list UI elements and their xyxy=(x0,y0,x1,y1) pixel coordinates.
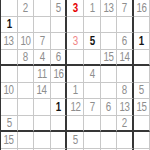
cell-value: 12 xyxy=(70,101,80,114)
cell-value: 7 xyxy=(122,2,127,15)
cell-value: 10 xyxy=(20,35,30,48)
cell-r9c4[interactable] xyxy=(51,132,68,149)
cell-value: 15 xyxy=(103,51,113,64)
cell-value: 2 xyxy=(122,117,127,130)
cell-r9c2[interactable] xyxy=(18,132,35,149)
cell-r8c5[interactable] xyxy=(67,116,84,133)
cell-value: 5 xyxy=(73,134,78,147)
cell-r10c4[interactable] xyxy=(51,149,68,150)
cell-value: 13 xyxy=(103,2,113,15)
cell-r2c4[interactable] xyxy=(51,17,68,34)
cell-value: 1 xyxy=(139,35,144,48)
cell-r1c1[interactable] xyxy=(1,0,18,17)
cell-value: 6 xyxy=(56,51,61,64)
cell-value: 5 xyxy=(89,35,94,48)
cell-r10c5[interactable] xyxy=(67,149,84,150)
cell-value: 11 xyxy=(37,68,47,81)
cell-r3c1[interactable]: 13 xyxy=(1,33,18,50)
cell-r3c8[interactable]: 6 xyxy=(117,33,134,50)
cell-r5c1[interactable] xyxy=(1,66,18,83)
cell-r7c5[interactable]: 12 xyxy=(67,99,84,116)
cell-r8c8[interactable]: 2 xyxy=(117,116,134,133)
cell-value: 15 xyxy=(4,134,14,147)
cell-value: 4 xyxy=(39,51,44,64)
cell-value: 1 xyxy=(73,84,78,97)
cell-r6c6[interactable] xyxy=(84,83,101,100)
cell-value: 1 xyxy=(6,18,11,31)
cell-r8c3[interactable] xyxy=(34,116,51,133)
cell-r7c9[interactable]: 15 xyxy=(134,99,150,116)
cell-r3c5[interactable]: 3 xyxy=(67,33,84,50)
cell-r1c2[interactable]: 2 xyxy=(18,0,35,17)
cell-r7c8[interactable]: 13 xyxy=(117,99,134,116)
cell-r4c5[interactable] xyxy=(67,50,84,67)
cell-r6c8[interactable]: 8 xyxy=(117,83,134,100)
cell-r10c1[interactable] xyxy=(1,149,18,150)
cell-r2c8[interactable] xyxy=(117,17,134,34)
cell-value: 8 xyxy=(23,51,28,64)
cell-value: 1 xyxy=(56,101,61,114)
cell-r10c9[interactable] xyxy=(134,149,150,150)
cell-r8c2[interactable] xyxy=(18,116,35,133)
cell-r9c6[interactable] xyxy=(84,132,101,149)
cell-r2c1[interactable]: 1 xyxy=(1,17,18,34)
cell-r5c2[interactable] xyxy=(18,66,35,83)
cell-r5c7[interactable] xyxy=(101,66,118,83)
cell-r5c6[interactable]: 4 xyxy=(84,66,101,83)
cell-r1c6[interactable]: 1 xyxy=(84,0,101,17)
cell-r3c2[interactable]: 10 xyxy=(18,33,35,50)
cell-r3c6[interactable]: 5 xyxy=(84,33,101,50)
cell-r10c3[interactable] xyxy=(34,149,51,150)
cell-value: 6 xyxy=(106,101,111,114)
cell-r7c4[interactable]: 1 xyxy=(51,99,68,116)
cell-r9c8[interactable] xyxy=(117,132,134,149)
cell-value: 13 xyxy=(119,101,129,114)
cell-r4c4[interactable]: 6 xyxy=(51,50,68,67)
cell-r1c8[interactable]: 7 xyxy=(117,0,134,17)
sudoku-board: 2531137161131073561846151411164101418511… xyxy=(0,0,150,150)
cell-value: 10 xyxy=(4,84,14,97)
cell-r2c3[interactable] xyxy=(34,17,51,34)
cell-r6c9[interactable]: 5 xyxy=(134,83,150,100)
cell-value: 14 xyxy=(119,51,129,64)
cell-r4c9[interactable] xyxy=(134,50,150,67)
cell-r5c4[interactable]: 16 xyxy=(51,66,68,83)
sudoku-grid: 2531137161131073561846151411164101418511… xyxy=(0,0,150,150)
cell-r2c9[interactable] xyxy=(134,17,150,34)
cell-r8c6[interactable] xyxy=(84,116,101,133)
cell-value: 3 xyxy=(73,35,78,48)
cell-value: 1 xyxy=(89,2,94,15)
cell-r5c5[interactable] xyxy=(67,66,84,83)
cell-r7c2[interactable] xyxy=(18,99,35,116)
cell-r7c3[interactable] xyxy=(34,99,51,116)
cell-value: 15 xyxy=(137,101,147,114)
cell-r6c5[interactable]: 1 xyxy=(67,83,84,100)
cell-value: 3 xyxy=(73,2,78,15)
cell-r3c4[interactable] xyxy=(51,33,68,50)
cell-r6c2[interactable] xyxy=(18,83,35,100)
cell-r3c9[interactable]: 1 xyxy=(134,33,150,50)
cell-value: 7 xyxy=(39,35,44,48)
cell-r9c1[interactable]: 15 xyxy=(1,132,18,149)
cell-value: 7 xyxy=(89,101,94,114)
cell-r8c1[interactable]: 5 xyxy=(1,116,18,133)
cell-r2c6[interactable] xyxy=(84,17,101,34)
cell-r7c6[interactable]: 7 xyxy=(84,99,101,116)
cell-value: 14 xyxy=(37,84,47,97)
cell-r8c4[interactable] xyxy=(51,116,68,133)
cell-r8c7[interactable] xyxy=(101,116,118,133)
cell-value: 13 xyxy=(4,35,14,48)
cell-r3c7[interactable] xyxy=(101,33,118,50)
cell-r10c2[interactable] xyxy=(18,149,35,150)
cell-r6c3[interactable]: 14 xyxy=(34,83,51,100)
cell-r1c5[interactable]: 3 xyxy=(67,0,84,17)
cell-r4c1[interactable] xyxy=(1,50,18,67)
cell-r1c3[interactable] xyxy=(34,0,51,17)
cell-value: 6 xyxy=(122,35,127,48)
cell-r1c7[interactable]: 13 xyxy=(101,0,118,17)
cell-r9c7[interactable] xyxy=(101,132,118,149)
cell-r3c3[interactable]: 7 xyxy=(34,33,51,50)
cell-r5c8[interactable] xyxy=(117,66,134,83)
cell-value: 5 xyxy=(56,2,61,15)
cell-r10c8[interactable] xyxy=(117,149,134,150)
cell-r7c1[interactable] xyxy=(1,99,18,116)
cell-r2c7[interactable] xyxy=(101,17,118,34)
cell-r6c1[interactable]: 10 xyxy=(1,83,18,100)
cell-r10c6[interactable] xyxy=(84,149,101,150)
cell-r4c6[interactable] xyxy=(84,50,101,67)
cell-r9c5[interactable]: 5 xyxy=(67,132,84,149)
cell-r9c9[interactable] xyxy=(134,132,150,149)
cell-r1c9[interactable]: 16 xyxy=(134,0,150,17)
cell-r8c9[interactable] xyxy=(134,116,150,133)
cell-value: 16 xyxy=(53,68,63,81)
cell-value: 16 xyxy=(137,2,147,15)
cell-r2c2[interactable] xyxy=(18,17,35,34)
cell-value: 8 xyxy=(122,84,127,97)
cell-value: 5 xyxy=(139,84,144,97)
cell-r10c7[interactable] xyxy=(101,149,118,150)
cell-r6c7[interactable] xyxy=(101,83,118,100)
cell-r2c5[interactable] xyxy=(67,17,84,34)
cell-r1c4[interactable]: 5 xyxy=(51,0,68,17)
cell-r6c4[interactable] xyxy=(51,83,68,100)
cell-r4c2[interactable]: 8 xyxy=(18,50,35,67)
cell-value: 2 xyxy=(23,2,28,15)
cell-r4c8[interactable]: 14 xyxy=(117,50,134,67)
cell-r4c7[interactable]: 15 xyxy=(101,50,118,67)
cell-r7c7[interactable]: 6 xyxy=(101,99,118,116)
cell-value: 4 xyxy=(89,68,94,81)
cell-value: 5 xyxy=(6,117,11,130)
cell-r5c3[interactable]: 11 xyxy=(34,66,51,83)
cell-r9c3[interactable] xyxy=(34,132,51,149)
cell-r5c9[interactable] xyxy=(134,66,150,83)
cell-r4c3[interactable]: 4 xyxy=(34,50,51,67)
